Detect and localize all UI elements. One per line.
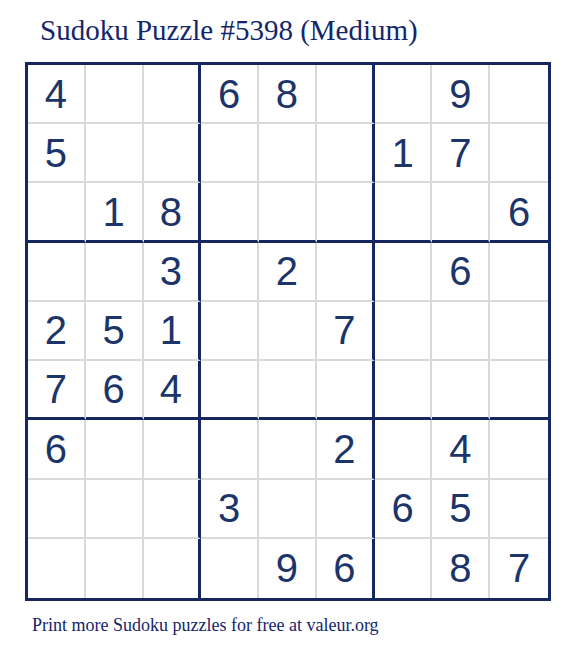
cell-r4c3[interactable]: 3 bbox=[144, 243, 202, 302]
cell-r9c8[interactable]: 8 bbox=[432, 539, 490, 598]
cell-r9c6[interactable]: 6 bbox=[317, 539, 375, 598]
cell-r2c4[interactable] bbox=[201, 124, 259, 183]
cell-r4c5[interactable]: 2 bbox=[259, 243, 317, 302]
cell-r8c3[interactable] bbox=[144, 480, 202, 539]
cell-r6c6[interactable] bbox=[317, 361, 375, 420]
sudoku-page: Sudoku Puzzle #5398 (Medium) 46895171863… bbox=[0, 0, 574, 651]
cell-r7c5[interactable] bbox=[259, 420, 317, 479]
cell-r2c7[interactable]: 1 bbox=[375, 124, 433, 183]
cell-r1c7[interactable] bbox=[375, 65, 433, 124]
page-title: Sudoku Puzzle #5398 (Medium) bbox=[40, 14, 418, 47]
cell-r7c9[interactable] bbox=[490, 420, 548, 479]
cell-r5c5[interactable] bbox=[259, 302, 317, 361]
cell-r1c9[interactable] bbox=[490, 65, 548, 124]
cell-r5c6[interactable]: 7 bbox=[317, 302, 375, 361]
cell-r6c2[interactable]: 6 bbox=[86, 361, 144, 420]
sudoku-grid: 468951718632625177646243659687 bbox=[25, 62, 551, 601]
cell-r6c8[interactable] bbox=[432, 361, 490, 420]
cell-r4c9[interactable] bbox=[490, 243, 548, 302]
cell-r3c7[interactable] bbox=[375, 183, 433, 242]
cell-r6c4[interactable] bbox=[201, 361, 259, 420]
cell-r4c2[interactable] bbox=[86, 243, 144, 302]
cell-r9c1[interactable] bbox=[28, 539, 86, 598]
cell-r6c9[interactable] bbox=[490, 361, 548, 420]
cell-r3c4[interactable] bbox=[201, 183, 259, 242]
cell-r8c2[interactable] bbox=[86, 480, 144, 539]
cell-r5c8[interactable] bbox=[432, 302, 490, 361]
cell-r2c8[interactable]: 7 bbox=[432, 124, 490, 183]
cell-r8c7[interactable]: 6 bbox=[375, 480, 433, 539]
cell-r6c5[interactable] bbox=[259, 361, 317, 420]
cell-r8c4[interactable]: 3 bbox=[201, 480, 259, 539]
cell-r8c8[interactable]: 5 bbox=[432, 480, 490, 539]
cell-r2c5[interactable] bbox=[259, 124, 317, 183]
cell-r5c2[interactable]: 5 bbox=[86, 302, 144, 361]
cell-r8c5[interactable] bbox=[259, 480, 317, 539]
cell-r3c3[interactable]: 8 bbox=[144, 183, 202, 242]
cell-r5c3[interactable]: 1 bbox=[144, 302, 202, 361]
cell-r7c4[interactable] bbox=[201, 420, 259, 479]
cell-r1c2[interactable] bbox=[86, 65, 144, 124]
cell-r1c1[interactable]: 4 bbox=[28, 65, 86, 124]
cell-r3c1[interactable] bbox=[28, 183, 86, 242]
cell-r1c5[interactable]: 8 bbox=[259, 65, 317, 124]
cell-r7c1[interactable]: 6 bbox=[28, 420, 86, 479]
cell-r2c3[interactable] bbox=[144, 124, 202, 183]
cell-r7c6[interactable]: 2 bbox=[317, 420, 375, 479]
cell-r4c1[interactable] bbox=[28, 243, 86, 302]
cell-r7c7[interactable] bbox=[375, 420, 433, 479]
cell-r6c3[interactable]: 4 bbox=[144, 361, 202, 420]
cell-r1c4[interactable]: 6 bbox=[201, 65, 259, 124]
cell-r7c2[interactable] bbox=[86, 420, 144, 479]
cell-r2c1[interactable]: 5 bbox=[28, 124, 86, 183]
cell-r7c3[interactable] bbox=[144, 420, 202, 479]
cell-r4c4[interactable] bbox=[201, 243, 259, 302]
cell-r3c9[interactable]: 6 bbox=[490, 183, 548, 242]
cell-r3c2[interactable]: 1 bbox=[86, 183, 144, 242]
cell-r1c3[interactable] bbox=[144, 65, 202, 124]
cell-r9c9[interactable]: 7 bbox=[490, 539, 548, 598]
cell-r9c5[interactable]: 9 bbox=[259, 539, 317, 598]
cell-r8c9[interactable] bbox=[490, 480, 548, 539]
cell-r6c1[interactable]: 7 bbox=[28, 361, 86, 420]
cell-r4c6[interactable] bbox=[317, 243, 375, 302]
cell-r1c8[interactable]: 9 bbox=[432, 65, 490, 124]
cell-r8c6[interactable] bbox=[317, 480, 375, 539]
cell-r5c7[interactable] bbox=[375, 302, 433, 361]
cell-r2c9[interactable] bbox=[490, 124, 548, 183]
cell-r3c5[interactable] bbox=[259, 183, 317, 242]
cell-r5c9[interactable] bbox=[490, 302, 548, 361]
cell-r7c8[interactable]: 4 bbox=[432, 420, 490, 479]
cell-r5c4[interactable] bbox=[201, 302, 259, 361]
cell-r2c2[interactable] bbox=[86, 124, 144, 183]
cell-r4c8[interactable]: 6 bbox=[432, 243, 490, 302]
cell-r3c8[interactable] bbox=[432, 183, 490, 242]
cell-r4c7[interactable] bbox=[375, 243, 433, 302]
cell-r9c3[interactable] bbox=[144, 539, 202, 598]
cell-r9c4[interactable] bbox=[201, 539, 259, 598]
cell-r5c1[interactable]: 2 bbox=[28, 302, 86, 361]
cell-r1c6[interactable] bbox=[317, 65, 375, 124]
cell-r9c2[interactable] bbox=[86, 539, 144, 598]
cell-r6c7[interactable] bbox=[375, 361, 433, 420]
cell-r8c1[interactable] bbox=[28, 480, 86, 539]
cell-r9c7[interactable] bbox=[375, 539, 433, 598]
cell-r3c6[interactable] bbox=[317, 183, 375, 242]
footer-text: Print more Sudoku puzzles for free at va… bbox=[32, 615, 379, 636]
cell-r2c6[interactable] bbox=[317, 124, 375, 183]
